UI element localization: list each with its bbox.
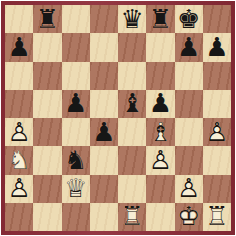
- square-a6[interactable]: [5, 62, 33, 90]
- white-rook-outline: ♖: [203, 203, 231, 231]
- square-a4[interactable]: ♟♙: [5, 118, 33, 146]
- square-c8[interactable]: [62, 5, 90, 33]
- square-e2[interactable]: [118, 175, 146, 203]
- white-pawn[interactable]: ♟♙: [175, 175, 203, 203]
- square-c7[interactable]: [62, 33, 90, 61]
- square-h3[interactable]: [203, 146, 231, 174]
- square-b7[interactable]: [33, 33, 61, 61]
- square-f8[interactable]: ♜: [146, 5, 174, 33]
- square-f4[interactable]: ♝♗: [146, 118, 174, 146]
- square-h4[interactable]: ♟♙: [203, 118, 231, 146]
- square-c1[interactable]: [62, 203, 90, 231]
- white-knight-outline: ♘: [5, 146, 33, 174]
- square-d6[interactable]: [90, 62, 118, 90]
- square-f2[interactable]: [146, 175, 174, 203]
- square-e4[interactable]: [118, 118, 146, 146]
- white-pawn[interactable]: ♟♙: [5, 175, 33, 203]
- square-a2[interactable]: ♟♙: [5, 175, 33, 203]
- white-bishop-outline: ♗: [146, 118, 174, 146]
- square-g7[interactable]: ♟: [175, 33, 203, 61]
- black-bishop-body: ♝: [118, 90, 146, 118]
- square-f3[interactable]: ♟♙: [146, 146, 174, 174]
- square-e7[interactable]: [118, 33, 146, 61]
- square-e6[interactable]: [118, 62, 146, 90]
- square-a8[interactable]: [5, 5, 33, 33]
- square-g6[interactable]: [175, 62, 203, 90]
- white-rook-outline: ♖: [118, 203, 146, 231]
- white-king[interactable]: ♚♔: [175, 203, 203, 231]
- square-b6[interactable]: [33, 62, 61, 90]
- white-pawn-outline: ♙: [146, 146, 174, 174]
- square-e1[interactable]: ♜♖: [118, 203, 146, 231]
- black-knight-body: ♞: [62, 146, 90, 174]
- square-c4[interactable]: [62, 118, 90, 146]
- square-b4[interactable]: [33, 118, 61, 146]
- square-g2[interactable]: ♟♙: [175, 175, 203, 203]
- square-g4[interactable]: [175, 118, 203, 146]
- square-h7[interactable]: ♟: [203, 33, 231, 61]
- black-knight[interactable]: ♞: [62, 146, 90, 174]
- black-queen-body: ♛: [118, 5, 146, 33]
- square-d8[interactable]: [90, 5, 118, 33]
- square-g3[interactable]: [175, 146, 203, 174]
- square-h5[interactable]: [203, 90, 231, 118]
- black-pawn-body: ♟: [90, 118, 118, 146]
- black-rook[interactable]: ♜: [33, 5, 61, 33]
- white-pawn[interactable]: ♟♙: [203, 118, 231, 146]
- square-c5[interactable]: ♟: [62, 90, 90, 118]
- white-pawn[interactable]: ♟♙: [146, 146, 174, 174]
- black-pawn[interactable]: ♟: [146, 90, 174, 118]
- white-pawn[interactable]: ♟♙: [5, 118, 33, 146]
- black-king[interactable]: ♚: [175, 5, 203, 33]
- black-queen[interactable]: ♛: [118, 5, 146, 33]
- square-b5[interactable]: [33, 90, 61, 118]
- white-bishop[interactable]: ♝♗: [146, 118, 174, 146]
- white-queen-outline: ♕: [62, 175, 90, 203]
- white-rook[interactable]: ♜♖: [203, 203, 231, 231]
- square-d3[interactable]: [90, 146, 118, 174]
- square-e8[interactable]: ♛: [118, 5, 146, 33]
- black-pawn[interactable]: ♟: [203, 33, 231, 61]
- square-d5[interactable]: [90, 90, 118, 118]
- white-pawn-outline: ♙: [5, 175, 33, 203]
- square-e3[interactable]: [118, 146, 146, 174]
- white-pawn-outline: ♙: [5, 118, 33, 146]
- black-king-body: ♚: [175, 5, 203, 33]
- black-pawn[interactable]: ♟: [175, 33, 203, 61]
- square-b2[interactable]: [33, 175, 61, 203]
- black-pawn[interactable]: ♟: [5, 33, 33, 61]
- white-knight[interactable]: ♞♘: [5, 146, 33, 174]
- square-g1[interactable]: ♚♔: [175, 203, 203, 231]
- black-pawn[interactable]: ♟: [90, 118, 118, 146]
- white-rook[interactable]: ♜♖: [118, 203, 146, 231]
- black-pawn-body: ♟: [175, 33, 203, 61]
- square-a3[interactable]: ♞♘: [5, 146, 33, 174]
- white-king-outline: ♔: [175, 203, 203, 231]
- black-rook[interactable]: ♜: [146, 5, 174, 33]
- black-pawn-body: ♟: [62, 90, 90, 118]
- square-f7[interactable]: [146, 33, 174, 61]
- black-pawn-body: ♟: [146, 90, 174, 118]
- square-h2[interactable]: [203, 175, 231, 203]
- square-a5[interactable]: [5, 90, 33, 118]
- square-a1[interactable]: [5, 203, 33, 231]
- square-f6[interactable]: [146, 62, 174, 90]
- square-h8[interactable]: [203, 5, 231, 33]
- square-g5[interactable]: [175, 90, 203, 118]
- square-f5[interactable]: ♟: [146, 90, 174, 118]
- white-queen[interactable]: ♛♕: [62, 175, 90, 203]
- square-d7[interactable]: [90, 33, 118, 61]
- white-pawn-outline: ♙: [203, 118, 231, 146]
- black-pawn-body: ♟: [203, 33, 231, 61]
- square-h1[interactable]: ♜♖: [203, 203, 231, 231]
- square-g8[interactable]: ♚: [175, 5, 203, 33]
- square-c3[interactable]: ♞: [62, 146, 90, 174]
- black-pawn-body: ♟: [5, 33, 33, 61]
- square-b1[interactable]: [33, 203, 61, 231]
- square-d4[interactable]: ♟: [90, 118, 118, 146]
- square-b3[interactable]: [33, 146, 61, 174]
- square-c6[interactable]: [62, 62, 90, 90]
- square-a7[interactable]: ♟: [5, 33, 33, 61]
- square-e5[interactable]: ♝: [118, 90, 146, 118]
- black-bishop[interactable]: ♝: [118, 90, 146, 118]
- black-pawn[interactable]: ♟: [62, 90, 90, 118]
- square-f1[interactable]: [146, 203, 174, 231]
- chess-board: ♜♛♜♚♟♟♟♟♝♟♟♙♟♝♗♟♙♞♘♞♟♙♟♙♛♕♟♙♜♖♚♔♜♖: [5, 5, 231, 231]
- black-rook-body: ♜: [146, 5, 174, 33]
- chess-app: ♜♛♜♚♟♟♟♟♝♟♟♙♟♝♗♟♙♞♘♞♟♙♟♙♛♕♟♙♜♖♚♔♜♖: [0, 0, 236, 236]
- square-d1[interactable]: [90, 203, 118, 231]
- square-b8[interactable]: ♜: [33, 5, 61, 33]
- square-h6[interactable]: [203, 62, 231, 90]
- square-d2[interactable]: [90, 175, 118, 203]
- square-c2[interactable]: ♛♕: [62, 175, 90, 203]
- white-pawn-outline: ♙: [175, 175, 203, 203]
- black-rook-body: ♜: [33, 5, 61, 33]
